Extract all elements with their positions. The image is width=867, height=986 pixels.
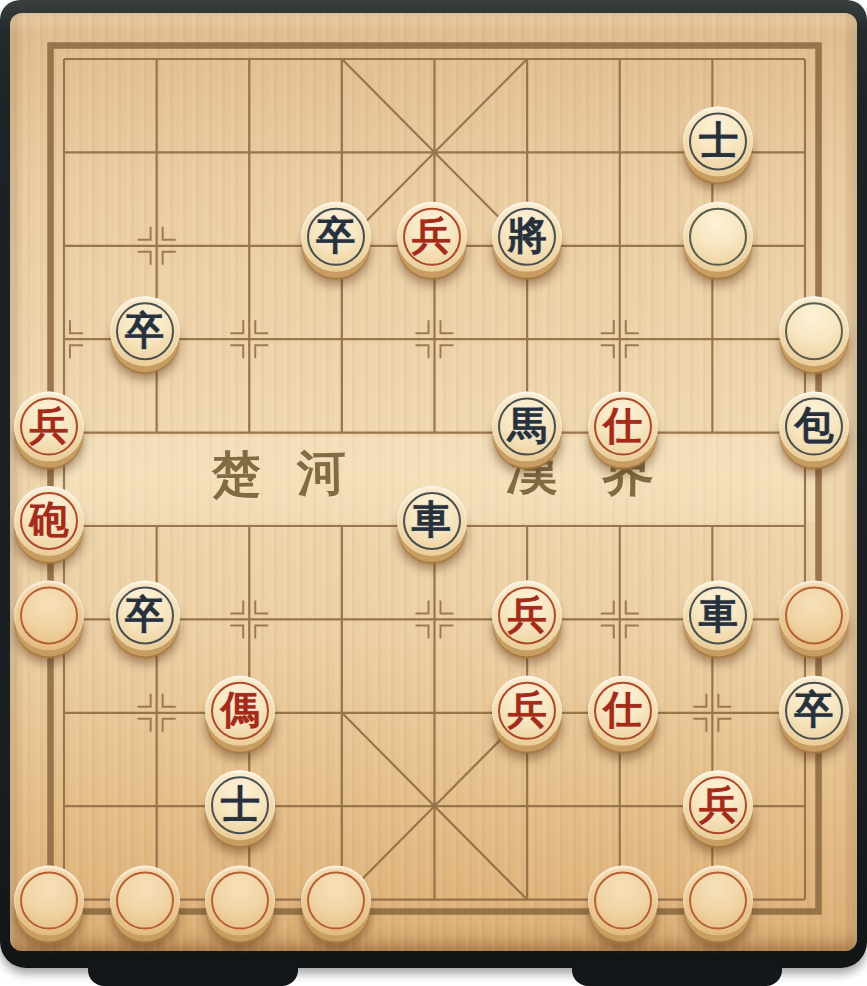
black-advisor[interactable]: 士	[205, 770, 275, 840]
red-soldier-glyph: 兵	[699, 785, 738, 824]
black-advisor-glyph: 士	[221, 785, 260, 824]
red-soldier-glyph: 兵	[508, 595, 547, 634]
black-cannon-glyph: 包	[795, 406, 834, 445]
black-soldier[interactable]: 卒	[301, 202, 371, 272]
black-chariot[interactable]: 車	[397, 486, 467, 556]
red-soldier-glyph: 兵	[508, 690, 547, 729]
black-advisor-glyph: 士	[699, 121, 738, 160]
red-soldier[interactable]: 兵	[492, 676, 562, 746]
red-horse[interactable]: 傌	[205, 676, 275, 746]
red-advisor-glyph: 仕	[603, 406, 642, 445]
black-chariot-glyph: 車	[699, 595, 738, 634]
hidden-piece-red[interactable]	[110, 865, 180, 935]
red-advisor[interactable]: 仕	[588, 391, 658, 461]
red-cannon-glyph: 砲	[30, 500, 69, 539]
hidden-piece-red[interactable]	[779, 581, 849, 651]
black-chariot[interactable]: 車	[683, 581, 753, 651]
black-chariot-glyph: 車	[412, 500, 451, 539]
black-soldier[interactable]: 卒	[779, 676, 849, 746]
board-foot-right	[572, 962, 782, 986]
black-cannon[interactable]: 包	[779, 391, 849, 461]
red-soldier[interactable]: 兵	[492, 581, 562, 651]
black-horse-glyph: 馬	[508, 406, 547, 445]
red-soldier[interactable]: 兵	[397, 202, 467, 272]
red-cannon[interactable]: 砲	[14, 486, 84, 556]
red-horse-glyph: 傌	[221, 690, 260, 729]
black-soldier-glyph: 卒	[795, 690, 834, 729]
black-soldier[interactable]: 卒	[110, 296, 180, 366]
hidden-piece-black[interactable]	[683, 202, 753, 272]
red-soldier-glyph: 兵	[412, 216, 451, 255]
hidden-piece-red[interactable]	[14, 581, 84, 651]
hidden-piece-red[interactable]	[588, 865, 658, 935]
xiangqi-app-screenshot: 楚河 漢界 士卒兵將卒兵馬仕包砲車卒兵車傌兵仕卒士兵	[0, 0, 867, 986]
black-horse[interactable]: 馬	[492, 391, 562, 461]
pieces-layer: 士卒兵將卒兵馬仕包砲車卒兵車傌兵仕卒士兵	[18, 12, 852, 946]
red-advisor[interactable]: 仕	[588, 676, 658, 746]
hidden-piece-black[interactable]	[779, 296, 849, 366]
black-advisor[interactable]: 士	[683, 107, 753, 177]
black-general-glyph: 將	[508, 216, 547, 255]
board-foot-left	[88, 962, 298, 986]
red-soldier[interactable]: 兵	[14, 391, 84, 461]
black-soldier-glyph: 卒	[316, 216, 355, 255]
red-soldier-glyph: 兵	[30, 406, 69, 445]
hidden-piece-red[interactable]	[14, 865, 84, 935]
red-advisor-glyph: 仕	[603, 690, 642, 729]
hidden-piece-red[interactable]	[683, 865, 753, 935]
black-soldier-glyph: 卒	[125, 595, 164, 634]
hidden-piece-red[interactable]	[301, 865, 371, 935]
red-soldier[interactable]: 兵	[683, 770, 753, 840]
black-soldier-glyph: 卒	[125, 311, 164, 350]
black-soldier[interactable]: 卒	[110, 581, 180, 651]
black-general[interactable]: 將	[492, 202, 562, 272]
hidden-piece-red[interactable]	[205, 865, 275, 935]
